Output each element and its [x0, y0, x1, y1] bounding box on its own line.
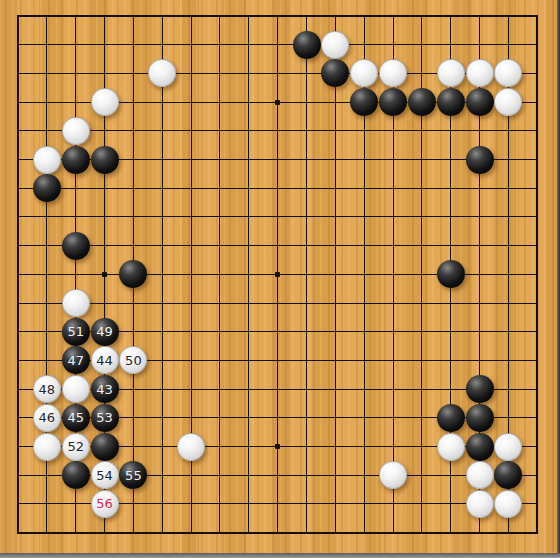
- grid-line-vertical: [536, 15, 538, 534]
- move-45-stone: 45: [62, 404, 90, 432]
- move-number-label: 43: [96, 383, 113, 396]
- move-46-stone: 46: [33, 404, 61, 432]
- move-55-stone: 55: [119, 461, 147, 489]
- stone-black: [437, 404, 465, 432]
- stone-black: [408, 88, 436, 116]
- stone-white: [466, 490, 494, 518]
- move-49-stone: 49: [91, 318, 119, 346]
- move-number-label: 46: [39, 411, 56, 424]
- stone-white: [494, 59, 522, 87]
- stone-black: [466, 433, 494, 461]
- move-number-label: 51: [67, 325, 84, 338]
- move-56-stone: 56: [91, 490, 119, 518]
- stone-white: [494, 433, 522, 461]
- stone-black: [91, 433, 119, 461]
- move-52-stone: 52: [62, 433, 90, 461]
- stone-black: [321, 59, 349, 87]
- move-number-label: 55: [125, 469, 142, 482]
- star-point: [275, 272, 280, 277]
- move-number-label: 53: [96, 411, 113, 424]
- grid-line-vertical: [306, 15, 307, 534]
- move-number-label: 45: [67, 411, 84, 424]
- move-47-stone: 47: [62, 346, 90, 374]
- stone-white: [466, 59, 494, 87]
- stone-black: [494, 461, 522, 489]
- move-number-label: 54: [96, 469, 113, 482]
- stone-black: [466, 88, 494, 116]
- stone-white: [62, 117, 90, 145]
- stone-white: [91, 88, 119, 116]
- move-number-label: 50: [125, 354, 142, 367]
- window-edge-bottom: [0, 553, 560, 558]
- stone-black: [62, 461, 90, 489]
- move-number-label: 56: [96, 497, 113, 510]
- stone-white: [494, 490, 522, 518]
- stone-white: [148, 59, 176, 87]
- move-48-stone: 48: [33, 375, 61, 403]
- stone-black: [62, 232, 90, 260]
- star-point: [102, 272, 107, 277]
- stone-black: [62, 146, 90, 174]
- stone-black: [466, 146, 494, 174]
- go-board[interactable]: 5149474450484346455352545556: [0, 0, 560, 558]
- move-43-stone: 43: [91, 375, 119, 403]
- stone-white: [379, 461, 407, 489]
- stone-white: [62, 289, 90, 317]
- move-number-label: 44: [96, 354, 113, 367]
- grid-line-horizontal: [17, 303, 538, 304]
- stone-black: [350, 88, 378, 116]
- stone-black: [437, 260, 465, 288]
- move-number-label: 49: [96, 325, 113, 338]
- stone-black: [293, 31, 321, 59]
- stone-black: [379, 88, 407, 116]
- star-point: [275, 100, 280, 105]
- move-54-stone: 54: [91, 461, 119, 489]
- stone-white: [494, 88, 522, 116]
- stone-white: [437, 59, 465, 87]
- star-point: [275, 444, 280, 449]
- stone-black: [466, 375, 494, 403]
- stone-white: [177, 433, 205, 461]
- stone-black: [91, 146, 119, 174]
- stone-white: [33, 433, 61, 461]
- stone-white: [33, 146, 61, 174]
- move-44-stone: 44: [91, 346, 119, 374]
- stone-white: [466, 461, 494, 489]
- stone-black: [437, 88, 465, 116]
- stone-white: [350, 59, 378, 87]
- stone-black: [466, 404, 494, 432]
- stone-white: [321, 31, 349, 59]
- stone-white: [62, 375, 90, 403]
- move-50-stone: 50: [119, 346, 147, 374]
- move-number-label: 47: [67, 354, 84, 367]
- stone-white: [379, 59, 407, 87]
- grid-line-horizontal: [17, 532, 538, 534]
- stone-black: [119, 260, 147, 288]
- move-number-label: 48: [39, 383, 56, 396]
- move-number-label: 52: [67, 440, 84, 453]
- go-app-screen: 5149474450484346455352545556: [0, 0, 560, 558]
- move-53-stone: 53: [91, 404, 119, 432]
- stone-black: [33, 174, 61, 202]
- move-51-stone: 51: [62, 318, 90, 346]
- stone-white: [437, 433, 465, 461]
- grid-line-vertical: [335, 15, 336, 534]
